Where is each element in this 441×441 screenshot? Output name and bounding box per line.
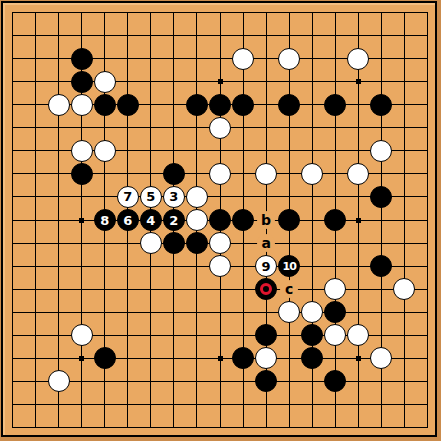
grid-line-vertical — [404, 12, 405, 428]
white-stone — [48, 370, 70, 392]
star-point — [356, 218, 361, 223]
white-stone — [255, 163, 277, 185]
black-stone — [71, 71, 93, 93]
black-stone-move-8: 8 — [94, 209, 116, 231]
white-stone — [209, 232, 231, 254]
black-stone — [117, 94, 139, 116]
move-number-label: 2 — [169, 214, 178, 227]
white-stone — [71, 140, 93, 162]
black-stone — [232, 209, 254, 231]
black-stone — [163, 232, 185, 254]
go-board: 7538642910bac — [0, 0, 441, 441]
black-stone — [94, 94, 116, 116]
move-number-label: 7 — [123, 190, 132, 203]
white-stone — [209, 163, 231, 185]
white-stone — [301, 163, 323, 185]
white-stone — [347, 48, 369, 70]
move-number-label: 5 — [146, 190, 155, 203]
black-stone — [71, 163, 93, 185]
black-stone-move-4: 4 — [140, 209, 162, 231]
move-number-label: 10 — [283, 261, 296, 272]
white-stone — [71, 94, 93, 116]
white-stone-move-3: 3 — [163, 186, 185, 208]
star-point — [218, 356, 223, 361]
grid-line-horizontal — [12, 427, 428, 428]
move-number-label: 3 — [169, 190, 178, 203]
black-stone — [324, 94, 346, 116]
star-point — [79, 356, 84, 361]
white-stone — [140, 232, 162, 254]
star-point — [356, 79, 361, 84]
white-stone-move-5: 5 — [140, 186, 162, 208]
grid-line-horizontal — [12, 381, 428, 382]
black-stone-move-2: 2 — [163, 209, 185, 231]
black-stone — [278, 94, 300, 116]
grid-line-horizontal — [12, 289, 428, 290]
black-stone — [232, 94, 254, 116]
black-stone — [370, 94, 392, 116]
white-stone — [48, 94, 70, 116]
move-number-label: 8 — [100, 214, 109, 227]
black-stone — [186, 94, 208, 116]
white-stone — [94, 140, 116, 162]
white-stone — [209, 117, 231, 139]
black-stone — [163, 163, 185, 185]
move-number-label: 9 — [262, 260, 271, 273]
white-stone — [94, 71, 116, 93]
move-number-label: 4 — [146, 214, 155, 227]
white-stone — [232, 48, 254, 70]
star-point — [79, 218, 84, 223]
white-stone — [186, 209, 208, 231]
white-stone — [209, 255, 231, 277]
grid-line-vertical — [427, 12, 428, 428]
red-circle-marker — [260, 283, 272, 295]
black-stone — [94, 347, 116, 369]
black-stone — [209, 94, 231, 116]
black-stone — [209, 209, 231, 231]
white-stone-move-7: 7 — [117, 186, 139, 208]
white-stone — [186, 186, 208, 208]
black-stone — [186, 232, 208, 254]
white-stone — [278, 48, 300, 70]
star-point — [218, 79, 223, 84]
black-stone-move-6: 6 — [117, 209, 139, 231]
grid-line-horizontal — [12, 312, 428, 313]
black-stone — [71, 48, 93, 70]
move-number-label: 6 — [123, 214, 132, 227]
black-stone — [278, 209, 300, 231]
star-point — [356, 356, 361, 361]
letter-label-b: b — [257, 211, 275, 229]
white-stone — [71, 324, 93, 346]
grid-line-horizontal — [12, 404, 428, 405]
